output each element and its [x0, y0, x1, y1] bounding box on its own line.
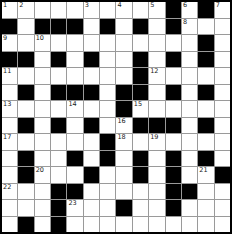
- white-cell-r10c10[interactable]: [149, 151, 164, 167]
- clue-number-19: 19: [150, 134, 158, 141]
- white-cell-r14c7[interactable]: [100, 217, 115, 233]
- white-cell-r1c9[interactable]: [133, 2, 148, 18]
- crossword-grid: 1234567891011121314151617181920212223: [0, 0, 232, 234]
- clue-number-5: 5: [150, 2, 154, 9]
- black-cell-r11c9: [133, 167, 148, 183]
- black-cell-r2c3: [35, 19, 50, 35]
- clue-number-1: 1: [3, 2, 7, 9]
- white-cell-r5c13[interactable]: [198, 68, 213, 84]
- white-cell-r5c6[interactable]: [84, 68, 99, 84]
- white-cell-r5c4[interactable]: [51, 68, 66, 84]
- white-cell-r13c6[interactable]: [84, 200, 99, 216]
- black-cell-r4c1: [2, 52, 17, 68]
- white-cell-r14c3[interactable]: [35, 217, 50, 233]
- black-cell-r13c8: [116, 200, 131, 216]
- black-cell-r8c4: [51, 118, 66, 134]
- white-cell-r8c14[interactable]: [215, 118, 230, 134]
- black-cell-r11c11: [166, 167, 181, 183]
- white-cell-r12c14[interactable]: [215, 184, 230, 200]
- black-cell-r6c8: [116, 85, 131, 101]
- black-cell-r6c11: [166, 85, 181, 101]
- white-cell-r7c1[interactable]: 13: [2, 101, 17, 117]
- black-cell-r10c11: [166, 151, 181, 167]
- black-cell-r8c13: [198, 118, 213, 134]
- white-cell-r13c13[interactable]: [198, 200, 213, 216]
- white-cell-r9c11[interactable]: [166, 134, 181, 150]
- white-cell-r1c8[interactable]: 4: [116, 2, 131, 18]
- white-cell-r9c13[interactable]: [198, 134, 213, 150]
- white-cell-r13c12[interactable]: [182, 200, 197, 216]
- black-cell-r13c4: [51, 200, 66, 216]
- white-cell-r3c5[interactable]: [67, 35, 82, 51]
- white-cell-r1c4[interactable]: [51, 2, 66, 18]
- black-cell-r8c10: [149, 118, 164, 134]
- white-cell-r12c2[interactable]: [18, 184, 33, 200]
- white-cell-r9c1[interactable]: 17: [2, 134, 17, 150]
- black-cell-r11c2: [18, 167, 33, 183]
- white-cell-r6c12[interactable]: [182, 85, 197, 101]
- white-cell-r11c13[interactable]: 21: [198, 167, 213, 183]
- white-cell-r12c7[interactable]: [100, 184, 115, 200]
- black-cell-r2c9: [133, 19, 148, 35]
- black-cell-r6c6: [84, 85, 99, 101]
- black-cell-r8c6: [84, 118, 99, 134]
- white-cell-r5c1[interactable]: 11: [2, 68, 17, 84]
- white-cell-r5c11[interactable]: [166, 68, 181, 84]
- white-cell-r8c8[interactable]: 16: [116, 118, 131, 134]
- white-cell-r3c9[interactable]: [133, 35, 148, 51]
- white-cell-r11c4[interactable]: [51, 167, 66, 183]
- white-cell-r3c4[interactable]: [51, 35, 66, 51]
- white-cell-r7c11[interactable]: [166, 101, 181, 117]
- white-cell-r14c13[interactable]: [198, 217, 213, 233]
- clue-number-15: 15: [134, 101, 142, 108]
- clue-number-14: 14: [68, 101, 76, 108]
- white-cell-r9c2[interactable]: [18, 134, 33, 150]
- white-cell-r9c8[interactable]: 18: [116, 134, 131, 150]
- white-cell-r3c11[interactable]: [166, 35, 181, 51]
- black-cell-r6c4: [51, 85, 66, 101]
- black-cell-r8c11: [166, 118, 181, 134]
- clue-number-12: 12: [150, 68, 158, 75]
- white-cell-r11c7[interactable]: [100, 167, 115, 183]
- white-cell-r14c6[interactable]: [84, 217, 99, 233]
- white-cell-r1c12[interactable]: 6: [182, 2, 197, 18]
- black-cell-r2c11: [166, 19, 181, 35]
- clue-number-7: 7: [216, 2, 220, 9]
- clue-number-17: 17: [3, 134, 11, 141]
- white-cell-r4c3[interactable]: [35, 52, 50, 68]
- clue-number-18: 18: [117, 134, 125, 141]
- white-cell-r7c7[interactable]: [100, 101, 115, 117]
- black-cell-r2c4: [51, 19, 66, 35]
- black-cell-r6c13: [198, 85, 213, 101]
- white-cell-r1c1[interactable]: 1: [2, 2, 17, 18]
- black-cell-r10c7: [100, 151, 115, 167]
- white-cell-r12c9[interactable]: [133, 184, 148, 200]
- white-cell-r13c9[interactable]: [133, 200, 148, 216]
- white-cell-r5c5[interactable]: [67, 68, 82, 84]
- white-cell-r9c3[interactable]: [35, 134, 50, 150]
- black-cell-r11c14: [215, 167, 230, 183]
- clue-number-2: 2: [19, 2, 23, 9]
- white-cell-r3c3[interactable]: 10: [35, 35, 50, 51]
- black-cell-r7c8: [116, 101, 131, 117]
- white-cell-r2c10[interactable]: [149, 19, 164, 35]
- white-cell-r4c14[interactable]: [215, 52, 230, 68]
- white-cell-r14c1[interactable]: [2, 217, 17, 233]
- white-cell-r11c1[interactable]: [2, 167, 17, 183]
- black-cell-r4c11: [166, 52, 181, 68]
- black-cell-r2c5: [67, 19, 82, 35]
- white-cell-r2c14[interactable]: [215, 19, 230, 35]
- white-cell-r13c2[interactable]: [18, 200, 33, 216]
- white-cell-r4c10[interactable]: [149, 52, 164, 68]
- black-cell-r6c5: [67, 85, 82, 101]
- clue-number-11: 11: [3, 68, 11, 75]
- white-cell-r14c14[interactable]: [215, 217, 230, 233]
- black-cell-r12c11: [166, 184, 181, 200]
- white-cell-r6c3[interactable]: [35, 85, 50, 101]
- white-cell-r12c8[interactable]: [116, 184, 131, 200]
- white-cell-r11c10[interactable]: [149, 167, 164, 183]
- white-cell-r1c14[interactable]: 7: [215, 2, 230, 18]
- white-cell-r8c7[interactable]: [100, 118, 115, 134]
- white-cell-r13c5[interactable]: 23: [67, 200, 82, 216]
- white-cell-r2c13[interactable]: [198, 19, 213, 35]
- black-cell-r2c7: [100, 19, 115, 35]
- white-cell-r2c2[interactable]: [18, 19, 33, 35]
- clue-number-4: 4: [117, 2, 121, 9]
- white-cell-r9c4[interactable]: [51, 134, 66, 150]
- crossword-page: 1234567891011121314151617181920212223: [0, 0, 232, 234]
- white-cell-r12c13[interactable]: [198, 184, 213, 200]
- white-cell-r13c7[interactable]: [100, 200, 115, 216]
- white-cell-r7c10[interactable]: [149, 101, 164, 117]
- white-cell-r5c2[interactable]: [18, 68, 33, 84]
- black-cell-r1c13: [198, 2, 213, 18]
- white-cell-r12c10[interactable]: [149, 184, 164, 200]
- white-cell-r14c5[interactable]: [67, 217, 82, 233]
- white-cell-r3c6[interactable]: [84, 35, 99, 51]
- black-cell-r10c5: [67, 151, 82, 167]
- white-cell-r1c5[interactable]: [67, 2, 82, 18]
- white-cell-r3c10[interactable]: [149, 35, 164, 51]
- white-cell-r14c12[interactable]: [182, 217, 197, 233]
- black-cell-r10c9: [133, 151, 148, 167]
- black-cell-r6c9: [133, 85, 148, 101]
- white-cell-r7c14[interactable]: [215, 101, 230, 117]
- black-cell-r4c6: [84, 52, 99, 68]
- white-cell-r10c3[interactable]: [35, 151, 50, 167]
- white-cell-r14c10[interactable]: [149, 217, 164, 233]
- white-cell-r5c8[interactable]: [116, 68, 131, 84]
- clue-number-8: 8: [183, 19, 187, 26]
- white-cell-r6c7[interactable]: [100, 85, 115, 101]
- white-cell-r5c14[interactable]: [215, 68, 230, 84]
- white-cell-r9c5[interactable]: [67, 134, 82, 150]
- clue-number-20: 20: [36, 167, 44, 174]
- white-cell-r12c6[interactable]: [84, 184, 99, 200]
- white-cell-r1c7[interactable]: [100, 2, 115, 18]
- black-cell-r12c12: [182, 184, 197, 200]
- white-cell-r3c1[interactable]: 9: [2, 35, 17, 51]
- white-cell-r5c10[interactable]: 12: [149, 68, 164, 84]
- white-cell-r7c4[interactable]: [51, 101, 66, 117]
- black-cell-r11c6: [84, 167, 99, 183]
- white-cell-r1c6[interactable]: 3: [84, 2, 99, 18]
- clue-number-6: 6: [183, 2, 187, 9]
- white-cell-r10c8[interactable]: [116, 151, 131, 167]
- black-cell-r4c4: [51, 52, 66, 68]
- black-cell-r4c2: [18, 52, 33, 68]
- white-cell-r13c1[interactable]: [2, 200, 17, 216]
- black-cell-r14c4: [51, 217, 66, 233]
- black-cell-r8c9: [133, 118, 148, 134]
- white-cell-r13c10[interactable]: [149, 200, 164, 216]
- clue-number-9: 9: [3, 35, 7, 42]
- white-cell-r11c5[interactable]: [67, 167, 82, 183]
- white-cell-r10c6[interactable]: [84, 151, 99, 167]
- white-cell-r14c11[interactable]: [166, 217, 181, 233]
- white-cell-r4c5[interactable]: [67, 52, 82, 68]
- white-cell-r2c6[interactable]: [84, 19, 99, 35]
- black-cell-r5c9: [133, 68, 148, 84]
- white-cell-r4c8[interactable]: [116, 52, 131, 68]
- black-cell-r8c2: [18, 118, 33, 134]
- white-cell-r5c3[interactable]: [35, 68, 50, 84]
- white-cell-r9c14[interactable]: [215, 134, 230, 150]
- clue-number-3: 3: [85, 2, 89, 9]
- white-cell-r13c3[interactable]: [35, 200, 50, 216]
- white-cell-r3c14[interactable]: [215, 35, 230, 51]
- black-cell-r1c11: [166, 2, 181, 18]
- white-cell-r8c12[interactable]: [182, 118, 197, 134]
- white-cell-r13c14[interactable]: [215, 200, 230, 216]
- white-cell-r9c12[interactable]: [182, 134, 197, 150]
- black-cell-r6c2: [18, 85, 33, 101]
- black-cell-r2c1: [2, 19, 17, 35]
- white-cell-r9c10[interactable]: 19: [149, 134, 164, 150]
- white-cell-r3c7[interactable]: [100, 35, 115, 51]
- white-cell-r4c12[interactable]: [182, 52, 197, 68]
- white-cell-r7c9[interactable]: 15: [133, 101, 148, 117]
- white-cell-r3c8[interactable]: [116, 35, 131, 51]
- black-cell-r12c4: [51, 184, 66, 200]
- white-cell-r11c3[interactable]: 20: [35, 167, 50, 183]
- black-cell-r14c2: [18, 217, 33, 233]
- white-cell-r7c13[interactable]: [198, 101, 213, 117]
- black-cell-r13c11: [166, 200, 181, 216]
- white-cell-r10c14[interactable]: [215, 151, 230, 167]
- clue-number-13: 13: [3, 101, 11, 108]
- black-cell-r9c7: [100, 134, 115, 150]
- white-cell-r8c1[interactable]: [2, 118, 17, 134]
- white-cell-r3c2[interactable]: [18, 35, 33, 51]
- black-cell-r10c2: [18, 151, 33, 167]
- clue-number-21: 21: [199, 167, 207, 174]
- white-cell-r7c6[interactable]: [84, 101, 99, 117]
- white-cell-r6c14[interactable]: [215, 85, 230, 101]
- white-cell-r11c8[interactable]: [116, 167, 131, 183]
- white-cell-r9c6[interactable]: [84, 134, 99, 150]
- black-cell-r3c13: [198, 35, 213, 51]
- white-cell-r6c1[interactable]: [2, 85, 17, 101]
- white-cell-r12c3[interactable]: [35, 184, 50, 200]
- white-cell-r2c8[interactable]: [116, 19, 131, 35]
- white-cell-r8c5[interactable]: [67, 118, 82, 134]
- white-cell-r7c2[interactable]: [18, 101, 33, 117]
- white-cell-r11c12[interactable]: [182, 167, 197, 183]
- white-cell-r8c3[interactable]: [35, 118, 50, 134]
- white-cell-r4c7[interactable]: [100, 52, 115, 68]
- white-cell-r6c10[interactable]: [149, 85, 164, 101]
- white-cell-r1c10[interactable]: 5: [149, 2, 164, 18]
- white-cell-r9c9[interactable]: [133, 134, 148, 150]
- white-cell-r10c1[interactable]: [2, 151, 17, 167]
- white-cell-r14c9[interactable]: [133, 217, 148, 233]
- white-cell-r7c12[interactable]: [182, 101, 197, 117]
- white-cell-r5c12[interactable]: [182, 68, 197, 84]
- white-cell-r1c3[interactable]: [35, 2, 50, 18]
- black-cell-r10c13: [198, 151, 213, 167]
- white-cell-r7c5[interactable]: 14: [67, 101, 82, 117]
- clue-number-22: 22: [3, 184, 11, 191]
- clue-number-23: 23: [68, 200, 76, 207]
- white-cell-r3c12[interactable]: [182, 35, 197, 51]
- white-cell-r1c2[interactable]: 2: [18, 2, 33, 18]
- clue-number-10: 10: [36, 35, 44, 42]
- white-cell-r2c12[interactable]: 8: [182, 19, 197, 35]
- white-cell-r14c8[interactable]: [116, 217, 131, 233]
- white-cell-r10c12[interactable]: [182, 151, 197, 167]
- black-cell-r4c9: [133, 52, 148, 68]
- black-cell-r4c13: [198, 52, 213, 68]
- black-cell-r12c5: [67, 184, 82, 200]
- white-cell-r5c7[interactable]: [100, 68, 115, 84]
- white-cell-r10c4[interactable]: [51, 151, 66, 167]
- white-cell-r12c1[interactable]: 22: [2, 184, 17, 200]
- white-cell-r7c3[interactable]: [35, 101, 50, 117]
- clue-number-16: 16: [117, 118, 125, 125]
